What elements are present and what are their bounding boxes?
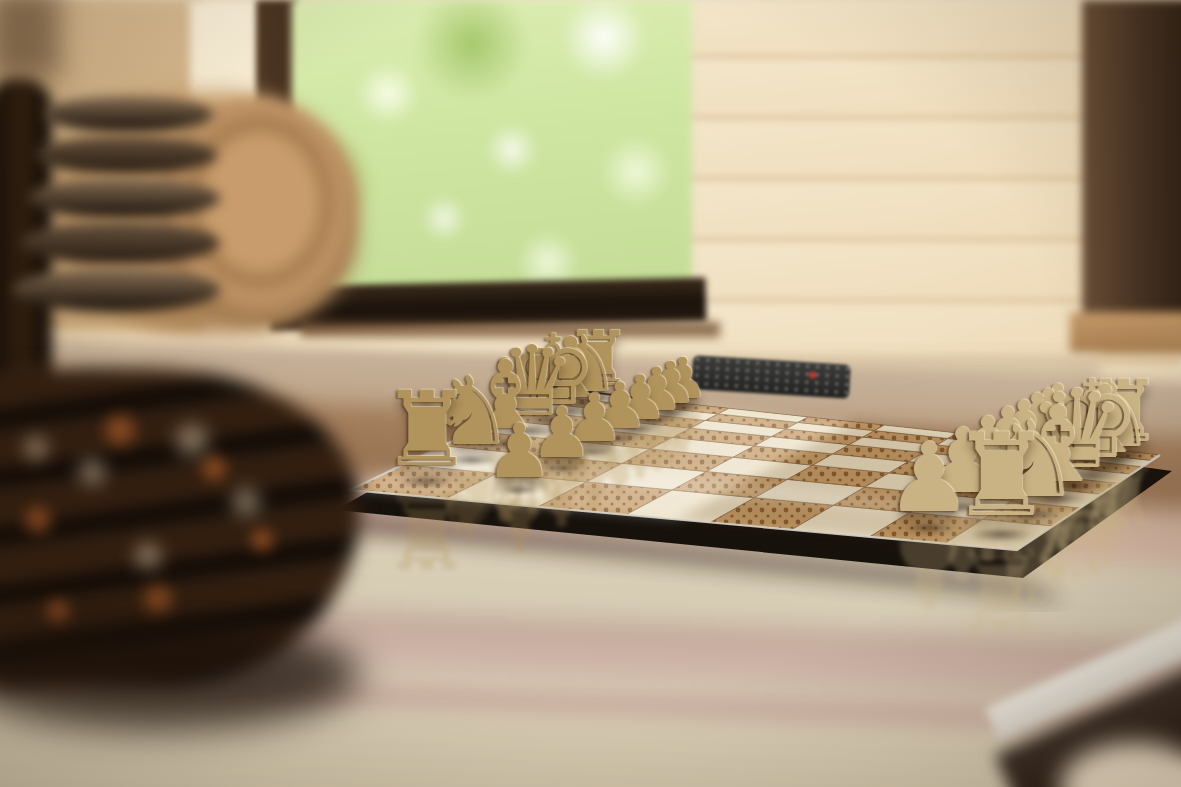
wicker-glint [40, 594, 76, 630]
photo-scene: ♜♜♟♟♞♞♟♟♝♝♟♟♛♛♟♟♚♚♟♟♝♝♟♟♞♞♟♟♜♜♟♟♜♜♟♟♞♞♟♟… [0, 0, 1181, 787]
wicker-gap-highlight [225, 481, 267, 523]
wicker-gap-highlight [18, 430, 54, 466]
wicker-gap-highlight [128, 536, 168, 576]
wicker-ring [43, 96, 213, 132]
wicker-ring [20, 222, 220, 264]
wicker-ring [12, 268, 220, 312]
wicker-gap-highlight [72, 452, 112, 492]
wicker-glint [97, 407, 143, 453]
wicker-gap-highlight [168, 416, 216, 464]
wicker-glint [136, 578, 180, 622]
wicker-ring [35, 136, 217, 174]
wicker-glint [245, 523, 279, 557]
wicker-ring [28, 178, 220, 218]
wicker-glint [18, 500, 58, 540]
